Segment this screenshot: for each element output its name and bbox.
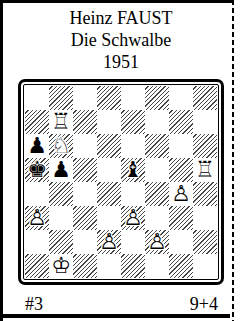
square-h8 [193,86,217,110]
square-c4 [73,182,97,206]
square-g2 [169,230,193,254]
square-b1: ♚♔ [49,254,73,278]
square-a5: ♚♚ [25,158,49,182]
square-g4: ♟♙ [169,182,193,206]
square-c3 [73,206,97,230]
diagram-header: Heinz FAUST Die Schwalbe 1951 [0,0,242,73]
square-g1 [169,254,193,278]
white-rook-b7: ♖ [49,110,73,134]
square-e6 [121,134,145,158]
black-pawn-b5: ♟ [49,158,73,182]
square-e5: ♝♝ [121,158,145,182]
page-border-top [0,0,233,3]
white-pawn-a3: ♙ [25,206,49,230]
square-d7 [97,110,121,134]
material-count-label: 9+4 [190,294,218,314]
square-d8 [97,86,121,110]
square-h3 [193,206,217,230]
diagram-footer: #3 9+4 [0,285,242,314]
square-h4 [193,182,217,206]
square-c5 [73,158,97,182]
white-pawn-d2: ♙ [97,230,121,254]
black-king-a5: ♚ [25,158,49,182]
problem-card: Heinz FAUST Die Schwalbe 1951 ♜♖♟♟♞♘♚♚♟♟… [0,0,242,321]
square-h5: ♜♖ [193,158,217,182]
square-g8 [169,86,193,110]
square-d2: ♟♙ [97,230,121,254]
square-a2 [25,230,49,254]
square-h6 [193,134,217,158]
chess-board-inner-frame: ♜♖♟♟♞♘♚♚♟♟♝♝♜♖♟♙♟♙♟♙♟♙♟♙♚♔ [23,84,219,280]
chess-board: ♜♖♟♟♞♘♚♚♟♟♝♝♜♖♟♙♟♙♟♙♟♙♟♙♚♔ [18,79,224,285]
white-pawn-f2: ♙ [145,230,169,254]
square-b4 [49,182,73,206]
chess-board-grid: ♜♖♟♟♞♘♚♚♟♟♝♝♜♖♟♙♟♙♟♙♟♙♟♙♚♔ [25,86,217,278]
white-knight-b6: ♘ [49,134,73,158]
source-title: Die Schwalbe [0,29,242,51]
square-h2 [193,230,217,254]
square-c2 [73,230,97,254]
square-d5 [97,158,121,182]
square-h1 [193,254,217,278]
page-border-left [0,0,3,321]
square-f2: ♟♙ [145,230,169,254]
square-d3 [97,206,121,230]
square-e1 [121,254,145,278]
page-border-right-dashed [232,0,234,321]
square-a7 [25,110,49,134]
black-pawn-a6: ♟ [25,134,49,158]
square-e2 [121,230,145,254]
square-g3 [169,206,193,230]
square-b8 [49,86,73,110]
square-a3: ♟♙ [25,206,49,230]
square-f1 [145,254,169,278]
square-a6: ♟♟ [25,134,49,158]
square-h7 [193,110,217,134]
square-a1 [25,254,49,278]
square-f8 [145,86,169,110]
square-b2 [49,230,73,254]
black-bishop-e5: ♝ [121,158,145,182]
square-g7 [169,110,193,134]
square-f5 [145,158,169,182]
square-f4 [145,182,169,206]
square-g6 [169,134,193,158]
square-d6 [97,134,121,158]
square-e3: ♟♙ [121,206,145,230]
square-b5: ♟♟ [49,158,73,182]
square-a8 [25,86,49,110]
square-e4 [121,182,145,206]
square-d4 [97,182,121,206]
square-c7 [73,110,97,134]
white-king-b1: ♔ [49,254,73,278]
square-f7 [145,110,169,134]
square-f3 [145,206,169,230]
square-b7: ♜♖ [49,110,73,134]
stipulation-label: #3 [25,294,43,314]
white-rook-h5: ♖ [193,158,217,182]
square-f6 [145,134,169,158]
square-c6 [73,134,97,158]
square-d1 [97,254,121,278]
square-b6: ♞♘ [49,134,73,158]
square-a4 [25,182,49,206]
white-pawn-e3: ♙ [121,206,145,230]
white-pawn-g4: ♙ [169,182,193,206]
author-name: Heinz FAUST [0,7,242,29]
square-e7 [121,110,145,134]
square-c8 [73,86,97,110]
square-e8 [121,86,145,110]
square-c1 [73,254,97,278]
square-g5 [169,158,193,182]
square-b3 [49,206,73,230]
page-border-bottom [0,314,230,318]
publication-year: 1951 [0,51,242,73]
